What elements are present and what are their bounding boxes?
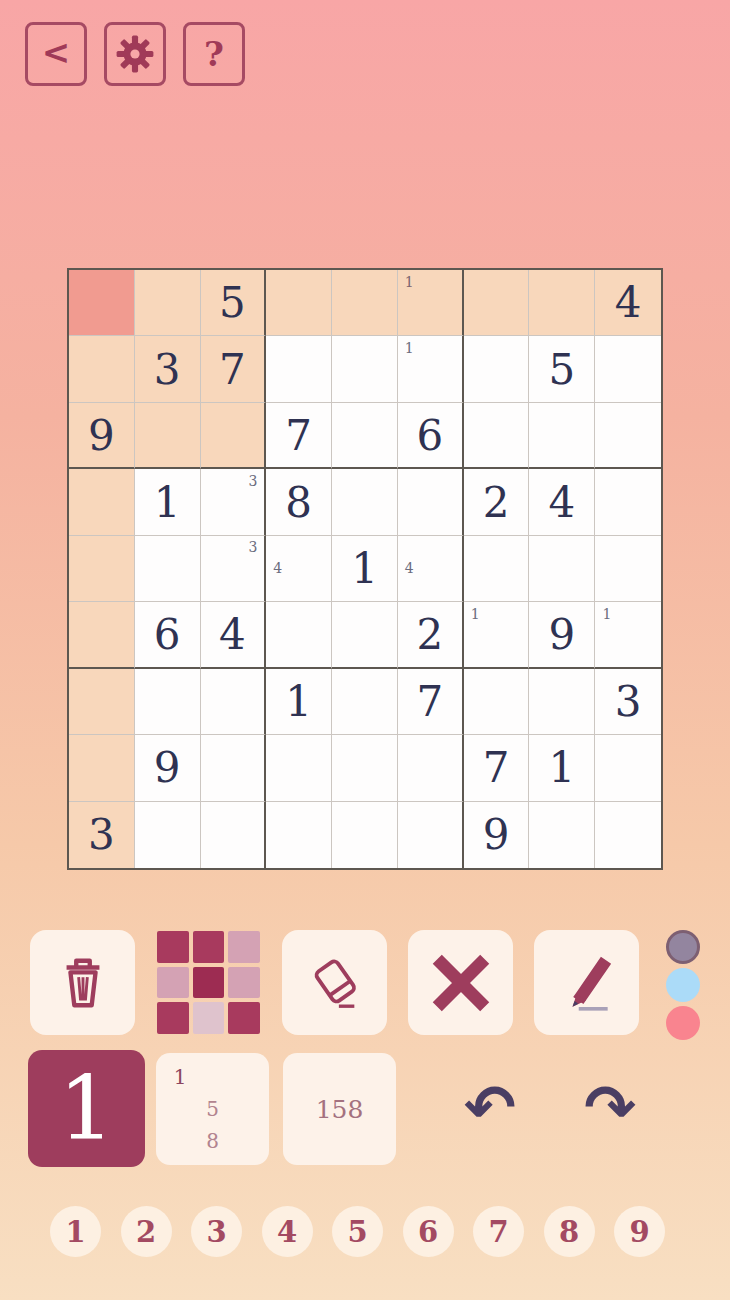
cell-r2c3[interactable]: 7	[201, 336, 267, 402]
cell-value: 7	[219, 345, 246, 394]
numpad: 123456789	[50, 1206, 665, 1257]
pencil-button[interactable]	[534, 930, 639, 1035]
center-notes-tile[interactable]: 158	[283, 1053, 396, 1165]
cell-r6c5[interactable]	[332, 602, 398, 668]
selected-digit-value: 1	[59, 1057, 115, 1160]
numpad-button-7[interactable]: 7	[473, 1206, 524, 1257]
cell-r5c9[interactable]	[595, 536, 661, 602]
pencil-notes: 1	[596, 603, 660, 665]
cell-r5c4[interactable]: 4	[266, 536, 332, 602]
cell-value: 9	[88, 411, 115, 460]
cell-r3c6[interactable]: 6	[398, 403, 464, 469]
cell-r1c1[interactable]	[69, 270, 135, 336]
color-dot-blue[interactable]	[666, 968, 700, 1002]
cell-r7c2[interactable]	[135, 669, 201, 735]
cell-r8c5[interactable]	[332, 735, 398, 801]
cell-r9c4[interactable]	[266, 802, 332, 868]
cell-value: 3	[88, 810, 115, 859]
cell-r6c8[interactable]: 9	[529, 602, 595, 668]
center-notes-preview: 158	[316, 1095, 364, 1124]
eraser-button[interactable]	[282, 930, 387, 1035]
cell-r2c6[interactable]: 1	[398, 336, 464, 402]
undo-icon: ↶	[464, 1071, 516, 1144]
color-dot-red[interactable]	[666, 1006, 700, 1040]
sudoku-app: <	[0, 0, 730, 1300]
cell-r7c3[interactable]	[201, 669, 267, 735]
question-icon: ?	[204, 34, 224, 74]
cell-r5c7[interactable]	[464, 536, 530, 602]
cell-r1c3[interactable]: 5	[201, 270, 267, 336]
cell-r1c5[interactable]	[332, 270, 398, 336]
cell-value: 9	[154, 743, 181, 792]
cell-r2c7[interactable]	[464, 336, 530, 402]
color-dots	[666, 930, 700, 1040]
cell-r6c6[interactable]: 2	[398, 602, 464, 668]
cell-value: 5	[548, 345, 575, 394]
clear-button[interactable]	[408, 930, 513, 1035]
back-icon: <	[42, 32, 71, 72]
cell-r2c8[interactable]: 5	[529, 336, 595, 402]
cell-r6c3[interactable]: 4	[201, 602, 267, 668]
cell-r1c9[interactable]: 4	[595, 270, 661, 336]
history-controls: ↶ ↷	[430, 1058, 670, 1158]
cell-value: 2	[416, 610, 443, 659]
cell-r9c2[interactable]	[135, 802, 201, 868]
cell-value: 1	[285, 677, 312, 726]
selected-digit-tile[interactable]: 1	[28, 1050, 145, 1167]
cell-r3c8[interactable]	[529, 403, 595, 469]
numpad-button-2[interactable]: 2	[121, 1206, 172, 1257]
auto-notes-button[interactable]	[156, 930, 261, 1035]
cell-r7c1[interactable]	[69, 669, 135, 735]
cell-value: 9	[548, 610, 575, 659]
cell-r3c1[interactable]: 9	[69, 403, 135, 469]
cell-value: 9	[483, 810, 510, 859]
numpad-button-6[interactable]: 6	[403, 1206, 454, 1257]
cell-value: 6	[154, 610, 181, 659]
cell-r8c6[interactable]	[398, 735, 464, 801]
cell-r8c7[interactable]: 7	[464, 735, 530, 801]
cell-r2c9[interactable]	[595, 336, 661, 402]
numpad-button-5[interactable]: 5	[332, 1206, 383, 1257]
cell-value: 7	[285, 411, 312, 460]
cell-r1c4[interactable]	[266, 270, 332, 336]
color-dot-purple[interactable]	[666, 930, 700, 964]
corner-notes-preview: 158	[164, 1061, 261, 1157]
cell-r4c7[interactable]: 2	[464, 469, 530, 535]
cell-r6c1[interactable]	[69, 602, 135, 668]
cell-r6c2[interactable]: 6	[135, 602, 201, 668]
delete-button[interactable]	[30, 930, 135, 1035]
cell-value: 6	[416, 411, 443, 460]
cell-r8c3[interactable]	[201, 735, 267, 801]
cell-r4c8[interactable]: 4	[529, 469, 595, 535]
redo-icon: ↷	[584, 1071, 636, 1144]
numpad-button-3[interactable]: 3	[191, 1206, 242, 1257]
cell-value: 7	[416, 677, 443, 726]
cell-r2c4[interactable]	[266, 336, 332, 402]
eraser-icon	[306, 954, 364, 1012]
cell-r9c6[interactable]	[398, 802, 464, 868]
topbar: <	[25, 22, 245, 86]
cell-r5c5[interactable]: 1	[332, 536, 398, 602]
cell-r9c9[interactable]	[595, 802, 661, 868]
cell-r9c3[interactable]	[201, 802, 267, 868]
help-button[interactable]: ?	[183, 22, 245, 86]
cell-r4c3[interactable]: 3	[201, 469, 267, 535]
cell-r6c9[interactable]: 1	[595, 602, 661, 668]
settings-button[interactable]	[104, 22, 166, 86]
trash-icon	[54, 954, 112, 1012]
numpad-button-8[interactable]: 8	[544, 1206, 595, 1257]
cell-value: 3	[154, 345, 181, 394]
cell-value: 3	[615, 677, 642, 726]
cell-r1c8[interactable]	[529, 270, 595, 336]
cell-r2c2[interactable]: 3	[135, 336, 201, 402]
cell-r3c5[interactable]	[332, 403, 398, 469]
cell-value: 5	[219, 278, 246, 327]
pencil-notes: 1	[465, 603, 528, 665]
pencil-icon	[556, 952, 618, 1014]
cell-r2c5[interactable]	[332, 336, 398, 402]
cell-r8c2[interactable]: 9	[135, 735, 201, 801]
cell-value: 2	[483, 478, 510, 527]
numpad-button-1[interactable]: 1	[50, 1206, 101, 1257]
cell-r5c3[interactable]: 3	[201, 536, 267, 602]
corner-notes-tile[interactable]: 158	[156, 1053, 269, 1165]
cell-r8c4[interactable]	[266, 735, 332, 801]
cell-value: 4	[548, 478, 575, 527]
cell-r8c9[interactable]	[595, 735, 661, 801]
pencil-notes: 1	[399, 271, 461, 334]
cell-r6c7[interactable]: 1	[464, 602, 530, 668]
cell-r1c6[interactable]: 1	[398, 270, 464, 336]
cell-r6c4[interactable]	[266, 602, 332, 668]
pencil-notes: 4	[399, 537, 461, 600]
gear-icon	[112, 31, 158, 77]
numpad-button-4[interactable]: 4	[262, 1206, 313, 1257]
pencil-notes: 1	[399, 337, 461, 400]
cell-r5c2[interactable]	[135, 536, 201, 602]
cell-r4c2[interactable]: 1	[135, 469, 201, 535]
cell-r7c9[interactable]: 3	[595, 669, 661, 735]
notes-grid-icon	[157, 931, 260, 1034]
cell-r8c8[interactable]: 1	[529, 735, 595, 801]
cell-value: 7	[483, 743, 510, 792]
sudoku-board: 514371597613824341464219117397139	[67, 268, 663, 870]
cell-r3c3[interactable]	[201, 403, 267, 469]
cell-r3c4[interactable]: 7	[266, 403, 332, 469]
cell-r3c9[interactable]	[595, 403, 661, 469]
pencil-notes: 4	[267, 537, 330, 600]
cell-r4c9[interactable]	[595, 469, 661, 535]
back-button[interactable]: <	[25, 22, 87, 86]
cell-value: 1	[351, 544, 378, 593]
cell-r7c6[interactable]: 7	[398, 669, 464, 735]
redo-button[interactable]: ↷	[584, 1077, 636, 1139]
cell-r9c7[interactable]: 9	[464, 802, 530, 868]
cell-r4c6[interactable]	[398, 469, 464, 535]
numpad-button-9[interactable]: 9	[614, 1206, 665, 1257]
cell-r4c1[interactable]	[69, 469, 135, 535]
cell-value: 4	[219, 610, 246, 659]
cell-value: 4	[615, 278, 642, 327]
cell-r5c1[interactable]	[69, 536, 135, 602]
cell-r7c5[interactable]	[332, 669, 398, 735]
pencil-notes: 3	[202, 537, 264, 600]
cell-r3c7[interactable]	[464, 403, 530, 469]
cell-r9c5[interactable]	[332, 802, 398, 868]
cell-r8c1[interactable]	[69, 735, 135, 801]
cell-r4c5[interactable]	[332, 469, 398, 535]
cell-r2c1[interactable]	[69, 336, 135, 402]
cell-r7c8[interactable]	[529, 669, 595, 735]
cell-r9c1[interactable]: 3	[69, 802, 135, 868]
cell-r7c7[interactable]	[464, 669, 530, 735]
cell-r5c6[interactable]: 4	[398, 536, 464, 602]
cell-r4c4[interactable]: 8	[266, 469, 332, 535]
cell-value: 8	[285, 478, 312, 527]
undo-button[interactable]: ↶	[464, 1077, 516, 1139]
cell-r9c8[interactable]	[529, 802, 595, 868]
toolbar	[30, 930, 639, 1035]
cell-r7c4[interactable]: 1	[266, 669, 332, 735]
cell-r1c2[interactable]	[135, 270, 201, 336]
cell-value: 1	[548, 743, 575, 792]
cell-value: 1	[154, 478, 181, 527]
pencil-notes: 3	[202, 470, 264, 533]
cell-r3c2[interactable]	[135, 403, 201, 469]
x-icon	[429, 951, 493, 1015]
cell-r1c7[interactable]	[464, 270, 530, 336]
cell-r5c8[interactable]	[529, 536, 595, 602]
